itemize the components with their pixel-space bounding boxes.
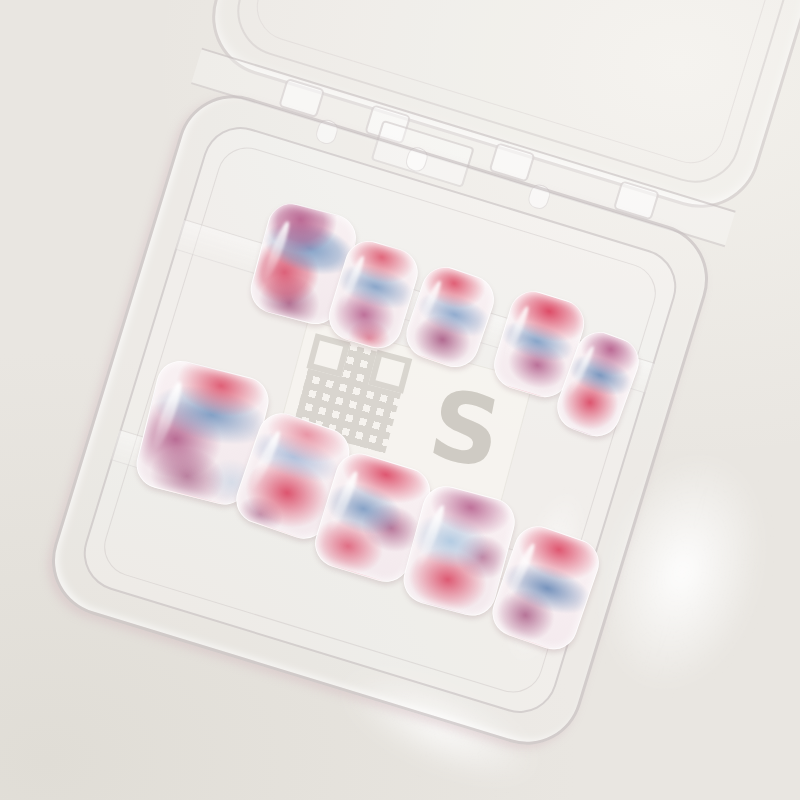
gloss-highlight	[415, 503, 448, 568]
sticker-letter: S	[421, 368, 510, 491]
gloss-highlight	[150, 380, 186, 452]
photo-scene: S	[0, 0, 800, 800]
gloss-highlight	[261, 219, 292, 280]
